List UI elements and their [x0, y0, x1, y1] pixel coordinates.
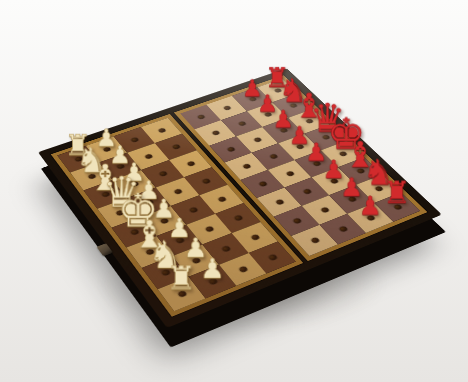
piece-white-rook[interactable]: ♜	[164, 263, 199, 293]
square-h1[interactable]: ♜	[158, 277, 206, 311]
photo-scene: ♜♟♞♟♝♟♛♟♚♟♝♟♞♟♜♟ ♟♜♟♞♟♝♟♛♟♚♟♝♟♞♟♜	[0, 0, 468, 382]
piece-red-pawn[interactable]: ♟	[354, 194, 387, 218]
square-h7[interactable]: ♟	[347, 203, 393, 233]
piece-white-pawn[interactable]: ♟	[195, 256, 230, 281]
